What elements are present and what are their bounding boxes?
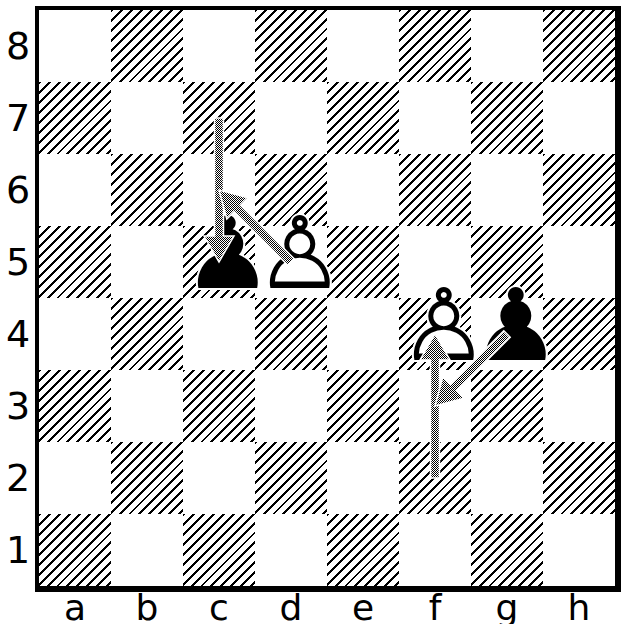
piece-black-pawn-g4[interactable]: ♟♟ — [471, 298, 543, 370]
square-a2[interactable] — [39, 442, 111, 514]
file-label-g: g — [471, 591, 543, 624]
square-c2[interactable] — [183, 442, 255, 514]
square-b5[interactable] — [111, 226, 183, 298]
square-h2[interactable] — [543, 442, 615, 514]
square-a6[interactable] — [39, 154, 111, 226]
square-c7[interactable] — [183, 82, 255, 154]
piece-white-pawn-f4[interactable]: ♟♙ — [399, 298, 471, 370]
square-h6[interactable] — [543, 154, 615, 226]
square-g1[interactable] — [471, 514, 543, 586]
square-h7[interactable] — [543, 82, 615, 154]
square-e1[interactable] — [327, 514, 399, 586]
rank-label-6: 6 — [2, 168, 34, 212]
square-c1[interactable] — [183, 514, 255, 586]
square-b8[interactable] — [111, 10, 183, 82]
square-b1[interactable] — [111, 514, 183, 586]
rank-label-8: 8 — [2, 24, 34, 68]
square-e7[interactable] — [327, 82, 399, 154]
rank-label-4: 4 — [2, 312, 34, 356]
square-e8[interactable] — [327, 10, 399, 82]
piece-black-pawn-c5[interactable]: ♟♟ — [183, 226, 255, 298]
piece-glyph: ♙ — [399, 290, 471, 362]
file-label-a: a — [39, 591, 111, 624]
square-e2[interactable] — [327, 442, 399, 514]
square-f7[interactable] — [399, 82, 471, 154]
file-label-h: h — [543, 591, 615, 624]
square-a5[interactable] — [39, 226, 111, 298]
square-a7[interactable] — [39, 82, 111, 154]
square-g6[interactable] — [471, 154, 543, 226]
square-g8[interactable] — [471, 10, 543, 82]
square-f2[interactable] — [399, 442, 471, 514]
file-label-d: d — [255, 591, 327, 624]
rank-label-5: 5 — [2, 240, 34, 284]
chess-diagram: ♟♟♟♙♟♙♟♟ 87654321abcdefgh — [0, 0, 624, 624]
square-d1[interactable] — [255, 514, 327, 586]
square-a8[interactable] — [39, 10, 111, 82]
rank-label-2: 2 — [2, 456, 34, 500]
square-d2[interactable] — [255, 442, 327, 514]
square-g2[interactable] — [471, 442, 543, 514]
chess-board: ♟♟♟♙♟♙♟♟ — [35, 6, 621, 592]
square-b7[interactable] — [111, 82, 183, 154]
square-f1[interactable] — [399, 514, 471, 586]
square-h1[interactable] — [543, 514, 615, 586]
square-h8[interactable] — [543, 10, 615, 82]
square-b4[interactable] — [111, 298, 183, 370]
square-d7[interactable] — [255, 82, 327, 154]
piece-glyph: ♟ — [183, 218, 255, 290]
square-c8[interactable] — [183, 10, 255, 82]
file-label-c: c — [183, 591, 255, 624]
square-a1[interactable] — [39, 514, 111, 586]
piece-glyph: ♙ — [255, 218, 327, 290]
square-a3[interactable] — [39, 370, 111, 442]
square-e3[interactable] — [327, 370, 399, 442]
rank-label-1: 1 — [2, 528, 34, 572]
file-label-b: b — [111, 591, 183, 624]
square-b2[interactable] — [111, 442, 183, 514]
rank-label-3: 3 — [2, 384, 34, 428]
file-label-f: f — [399, 591, 471, 624]
square-c3[interactable] — [183, 370, 255, 442]
rank-label-7: 7 — [2, 96, 34, 140]
square-d3[interactable] — [255, 370, 327, 442]
file-label-e: e — [327, 591, 399, 624]
square-b6[interactable] — [111, 154, 183, 226]
square-b3[interactable] — [111, 370, 183, 442]
square-f8[interactable] — [399, 10, 471, 82]
piece-white-pawn-d5[interactable]: ♟♙ — [255, 226, 327, 298]
square-a4[interactable] — [39, 298, 111, 370]
square-f6[interactable] — [399, 154, 471, 226]
piece-glyph: ♟ — [471, 290, 543, 362]
square-g7[interactable] — [471, 82, 543, 154]
square-d8[interactable] — [255, 10, 327, 82]
